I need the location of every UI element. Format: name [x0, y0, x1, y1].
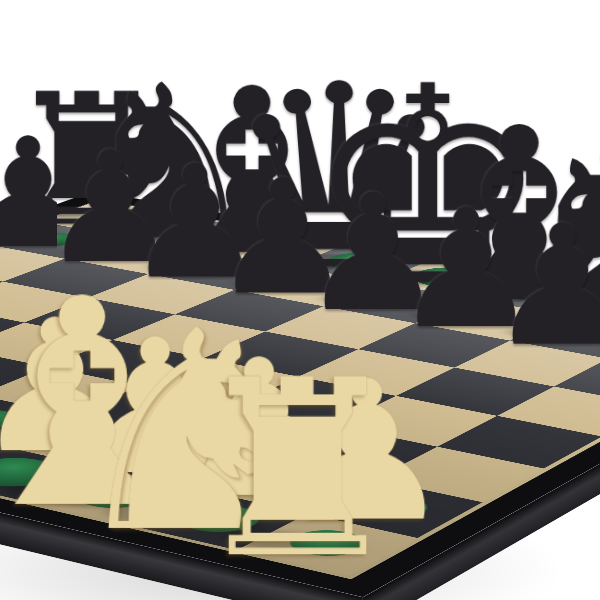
chess-set-photo: ♜♞♝♛♚♝♞♜♟♟♟♟♟♟♟♟♟♟♟♟♟♟♟♟♜♞♝♛♚♝♞♜	[0, 0, 600, 600]
white-rook-glyph: ♜	[30, 316, 565, 560]
chess-board: ♜♞♝♛♚♝♞♜♟♟♟♟♟♟♟♟♟♟♟♟♟♟♟♟♜♞♝♛♚♝♞♜	[0, 191, 600, 597]
